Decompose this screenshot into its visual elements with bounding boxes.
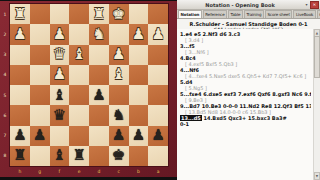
file-label: d <box>89 166 109 177</box>
square-d3[interactable] <box>89 45 109 65</box>
square-d5[interactable]: ♟ <box>89 85 109 105</box>
panel-titlebar[interactable]: Notation - Opening Book ▾ ✕ <box>177 0 320 10</box>
square-g3[interactable] <box>30 45 50 65</box>
piece-white-king: ♚ <box>112 7 125 22</box>
piece-black-bishop: ♝ <box>53 148 66 163</box>
file-labels: hgfedcba <box>10 166 168 177</box>
piece-white-rook: ♜ <box>13 7 26 22</box>
square-f4[interactable]: ♟ <box>50 65 70 85</box>
scroll-thumb[interactable] <box>314 36 320 78</box>
file-label: b <box>129 166 149 177</box>
square-b4[interactable] <box>129 65 149 85</box>
move-line[interactable]: 0-1 <box>180 121 311 127</box>
square-h5[interactable] <box>10 85 30 105</box>
square-g6[interactable] <box>30 105 50 125</box>
file-label: h <box>10 166 30 177</box>
tab-training[interactable]: Training <box>244 10 264 18</box>
square-h7[interactable]: ♟ <box>10 126 30 146</box>
square-h2[interactable]: ♟ <box>10 24 30 44</box>
square-e8[interactable]: ♜ <box>69 146 89 166</box>
rank-label: 3 <box>0 45 10 65</box>
piece-black-pawn: ♟ <box>132 128 145 143</box>
panel-title: Notation - Opening Book <box>177 2 303 8</box>
tab-livebook[interactable]: LiveBook <box>293 10 315 18</box>
square-c6[interactable]: ♞ <box>109 105 129 125</box>
piece-black-rook: ♜ <box>72 148 85 163</box>
file-label: e <box>69 166 89 177</box>
scroll-down-icon[interactable]: ▼ <box>314 172 320 180</box>
rank-label: 4 <box>0 65 10 85</box>
file-label: f <box>50 166 70 177</box>
panel-tabs: NotationReferenceTableTrainingScore shee… <box>177 10 320 19</box>
square-d8[interactable] <box>89 146 109 166</box>
square-g5[interactable] <box>30 85 50 105</box>
square-e1[interactable] <box>69 4 89 24</box>
square-b1[interactable] <box>129 4 149 24</box>
square-a1[interactable] <box>148 4 168 24</box>
square-g1[interactable] <box>30 4 50 24</box>
square-b7[interactable]: ♟ <box>129 126 149 146</box>
square-c4[interactable]: ♝ <box>109 65 129 85</box>
board-pane: 12345678 ♜♜♚♟♟♞♟♟♛♝♟♟♝♝♟♛♞♟♟♟♟♟♜♝♜♚ hgfe… <box>0 0 177 180</box>
tab-table[interactable]: Table <box>228 10 243 18</box>
piece-black-pawn: ♟ <box>13 128 26 143</box>
piece-white-bishop: ♝ <box>72 47 85 62</box>
rank-labels: 12345678 <box>0 4 10 166</box>
tab-reference[interactable]: Reference <box>203 10 227 18</box>
square-b5[interactable] <box>129 85 149 105</box>
square-e4[interactable] <box>69 65 89 85</box>
close-icon[interactable]: ✕ <box>310 1 319 9</box>
square-e3[interactable]: ♝ <box>69 45 89 65</box>
move-text[interactable]: [ 4...fxe4 5.Nxe5 dxe5 6.Qh5+ Kd7 7.Qf5+… <box>185 73 306 79</box>
pin-icon[interactable]: ▾ <box>303 1 310 8</box>
piece-white-rook: ♜ <box>92 7 105 22</box>
piece-black-knight: ♞ <box>112 108 125 123</box>
square-g7[interactable]: ♟ <box>30 126 50 146</box>
piece-white-pawn: ♟ <box>112 47 125 62</box>
rank-label: 2 <box>0 24 10 44</box>
square-f5[interactable]: ♝ <box>50 85 70 105</box>
square-c2[interactable] <box>109 24 129 44</box>
scrollbar[interactable]: ▲ ▼ <box>313 29 320 180</box>
piece-white-pawn: ♟ <box>53 67 66 82</box>
piece-black-pawn: ♟ <box>33 128 46 143</box>
tab-notation[interactable]: Notation <box>178 10 202 18</box>
square-f8[interactable]: ♝ <box>50 146 70 166</box>
file-label: a <box>148 166 168 177</box>
square-f2[interactable]: ♟ <box>50 24 70 44</box>
square-a7[interactable]: ♟ <box>148 126 168 146</box>
piece-black-king: ♚ <box>112 148 125 163</box>
file-label: g <box>30 166 50 177</box>
square-g2[interactable] <box>30 24 50 44</box>
square-a5[interactable] <box>148 85 168 105</box>
square-b6[interactable] <box>129 105 149 125</box>
square-a6[interactable] <box>148 105 168 125</box>
piece-white-pawn: ♟ <box>53 27 66 42</box>
piece-white-queen: ♛ <box>53 47 66 62</box>
piece-black-queen: ♛ <box>53 108 66 123</box>
piece-black-pawn: ♟ <box>112 128 125 143</box>
move-text[interactable]: 0-1 <box>180 121 189 127</box>
variation-line[interactable]: [ 4...fxe4 5.Nxe5 dxe5 6.Qh5+ Kd7 7.Qf5+… <box>180 73 311 79</box>
tab-score-sheet[interactable]: Score sheet <box>265 10 292 18</box>
square-d6[interactable] <box>89 105 109 125</box>
square-a8[interactable] <box>148 146 168 166</box>
piece-white-pawn: ♟ <box>151 27 164 42</box>
piece-black-rook: ♜ <box>13 148 26 163</box>
square-h1[interactable]: ♜ <box>10 4 30 24</box>
square-d2[interactable]: ♞ <box>89 24 109 44</box>
chessbase-window: 12345678 ♜♜♚♟♟♞♟♟♛♝♟♟♝♝♟♛♞♟♟♟♟♟♜♝♜♚ hgfe… <box>0 0 320 180</box>
square-a2[interactable]: ♟ <box>148 24 168 44</box>
square-g4[interactable] <box>30 65 50 85</box>
square-h3[interactable] <box>10 45 30 65</box>
square-d4[interactable] <box>89 65 109 85</box>
square-f6[interactable]: ♛ <box>50 105 70 125</box>
square-b2[interactable]: ♟ <box>129 24 149 44</box>
square-f3[interactable]: ♛ <box>50 45 70 65</box>
piece-black-pawn: ♟ <box>151 128 164 143</box>
file-label: c <box>109 166 129 177</box>
move-list[interactable]: 1.e4 e5 2.Nf3 d6 3.c3[ 3.d4 ]3...f5[ 3..… <box>177 29 320 180</box>
square-c3[interactable]: ♟ <box>109 45 129 65</box>
square-d1[interactable]: ♜ <box>89 4 109 24</box>
square-e6[interactable] <box>69 105 89 125</box>
square-b3[interactable] <box>129 45 149 65</box>
square-c1[interactable]: ♚ <box>109 4 129 24</box>
game-players: R.Schulder - Samuel Standidge Boden 0-1 <box>179 21 318 27</box>
rank-label: 5 <box>0 85 10 105</box>
move-text[interactable]: 14.Bxd5 Qxc3+ 15.bxc3 Ba3# <box>202 115 287 121</box>
square-g8[interactable] <box>30 146 50 166</box>
piece-white-bishop: ♝ <box>112 67 125 82</box>
square-a4[interactable] <box>148 65 168 85</box>
square-f1[interactable] <box>50 4 70 24</box>
square-c7[interactable]: ♟ <box>109 126 129 146</box>
rank-label: 7 <box>0 126 10 146</box>
piece-black-bishop: ♝ <box>53 88 66 103</box>
piece-white-pawn: ♟ <box>132 27 145 42</box>
square-a3[interactable] <box>148 45 168 65</box>
square-d7[interactable] <box>89 126 109 146</box>
square-c5[interactable] <box>109 85 129 105</box>
square-h8[interactable]: ♜ <box>10 146 30 166</box>
notation-panel: Notation - Opening Book ▾ ✕ NotationRefe… <box>177 0 320 180</box>
piece-black-pawn: ♟ <box>92 88 105 103</box>
square-e5[interactable] <box>69 85 89 105</box>
square-e2[interactable] <box>69 24 89 44</box>
rank-label: 6 <box>0 105 10 125</box>
square-b8[interactable] <box>129 146 149 166</box>
piece-white-knight: ♞ <box>92 27 105 42</box>
square-h4[interactable] <box>10 65 30 85</box>
square-c8[interactable]: ♚ <box>109 146 129 166</box>
square-h6[interactable] <box>10 105 30 125</box>
square-f7[interactable] <box>50 126 70 146</box>
rank-label: 1 <box>0 4 10 24</box>
chess-board[interactable]: ♜♜♚♟♟♞♟♟♛♝♟♟♝♝♟♛♞♟♟♟♟♟♜♝♜♚ <box>10 4 168 166</box>
piece-white-pawn: ♟ <box>13 27 26 42</box>
square-e7[interactable] <box>69 126 89 146</box>
rank-label: 8 <box>0 146 10 166</box>
